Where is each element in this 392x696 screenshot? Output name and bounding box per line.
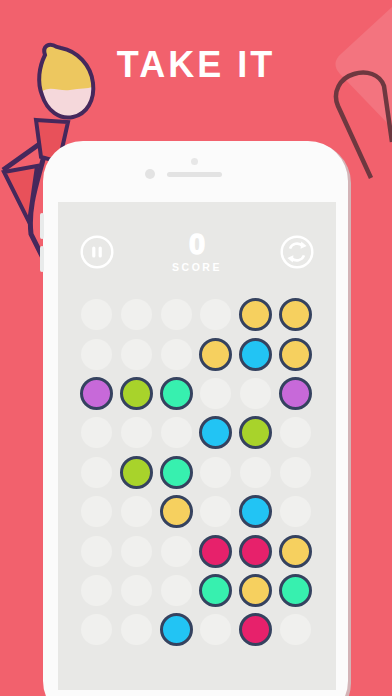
front-camera <box>145 169 155 179</box>
empty-cell <box>81 457 112 488</box>
restart-button[interactable] <box>280 235 314 269</box>
empty-cell <box>200 378 231 409</box>
board-cell-r9c6 <box>275 610 315 649</box>
board-cell-r5c1 <box>77 453 117 492</box>
board-cell-r2c1 <box>77 334 117 373</box>
board-cell-r9c1 <box>77 610 117 649</box>
board-cell-r5c4 <box>196 453 236 492</box>
empty-cell <box>121 496 152 527</box>
dot-yellow[interactable] <box>279 298 312 331</box>
dot-green[interactable] <box>120 377 153 410</box>
empty-cell <box>81 417 112 448</box>
board-cell-r8c1 <box>77 571 117 610</box>
dot-green[interactable] <box>120 456 153 489</box>
dot-yellow[interactable] <box>239 574 272 607</box>
board-cell-r7c2 <box>117 531 157 570</box>
board-cell-r2c3 <box>156 334 196 373</box>
board-cell-r9c5 <box>236 610 276 649</box>
empty-cell <box>161 299 192 330</box>
empty-cell <box>121 339 152 370</box>
dot-blue[interactable] <box>160 613 193 646</box>
dot-pink[interactable] <box>239 613 272 646</box>
board-cell-r3c1 <box>77 374 117 413</box>
empty-cell <box>280 614 311 645</box>
board-cell-r9c4 <box>196 610 236 649</box>
board-cell-r4c1 <box>77 413 117 452</box>
dot-board <box>77 295 315 650</box>
board-cell-r7c4 <box>196 531 236 570</box>
board-cell-r7c1 <box>77 531 117 570</box>
board-cell-r4c3 <box>156 413 196 452</box>
phone-mockup: 0 SCORE <box>43 141 348 696</box>
board-cell-r8c4 <box>196 571 236 610</box>
empty-cell <box>200 496 231 527</box>
board-cell-r3c4 <box>196 374 236 413</box>
board-cell-r1c1 <box>77 295 117 334</box>
board-cell-r1c3 <box>156 295 196 334</box>
board-cell-r5c3 <box>156 453 196 492</box>
empty-cell <box>81 496 112 527</box>
game-screen: 0 SCORE <box>58 202 336 690</box>
empty-cell <box>121 614 152 645</box>
empty-cell <box>121 536 152 567</box>
sensor-dot <box>191 158 198 165</box>
board-cell-r6c6 <box>275 492 315 531</box>
dot-mint[interactable] <box>199 574 232 607</box>
dot-green[interactable] <box>239 416 272 449</box>
empty-cell <box>200 614 231 645</box>
board-cell-r1c2 <box>117 295 157 334</box>
empty-cell <box>81 614 112 645</box>
board-cell-r2c4 <box>196 334 236 373</box>
empty-cell <box>280 417 311 448</box>
board-cell-r8c3 <box>156 571 196 610</box>
board-cell-r6c2 <box>117 492 157 531</box>
board-cell-r1c4 <box>196 295 236 334</box>
empty-cell <box>200 457 231 488</box>
board-cell-r7c5 <box>236 531 276 570</box>
empty-cell <box>240 378 271 409</box>
board-cell-r6c1 <box>77 492 117 531</box>
dot-yellow[interactable] <box>239 298 272 331</box>
board-cell-r4c2 <box>117 413 157 452</box>
empty-cell <box>81 299 112 330</box>
empty-cell <box>161 417 192 448</box>
board-cell-r2c6 <box>275 334 315 373</box>
volume-up-button <box>40 213 44 239</box>
board-cell-r1c5 <box>236 295 276 334</box>
dot-blue[interactable] <box>199 416 232 449</box>
empty-cell <box>161 339 192 370</box>
dot-purple[interactable] <box>279 377 312 410</box>
board-cell-r7c3 <box>156 531 196 570</box>
board-cell-r8c5 <box>236 571 276 610</box>
board-cell-r8c2 <box>117 571 157 610</box>
board-cell-r1c6 <box>275 295 315 334</box>
board-cell-r8c6 <box>275 571 315 610</box>
empty-cell <box>121 299 152 330</box>
board-cell-r7c6 <box>275 531 315 570</box>
empty-cell <box>81 536 112 567</box>
board-cell-r3c3 <box>156 374 196 413</box>
empty-cell <box>81 575 112 606</box>
board-cell-r3c6 <box>275 374 315 413</box>
empty-cell <box>240 457 271 488</box>
empty-cell <box>280 496 311 527</box>
empty-cell <box>200 299 231 330</box>
empty-cell <box>280 457 311 488</box>
board-cell-r2c5 <box>236 334 276 373</box>
dot-blue[interactable] <box>239 495 272 528</box>
earpiece-speaker <box>167 172 222 177</box>
dot-mint[interactable] <box>160 377 193 410</box>
empty-cell <box>81 339 112 370</box>
dot-yellow[interactable] <box>279 535 312 568</box>
board-cell-r5c6 <box>275 453 315 492</box>
board-cell-r9c2 <box>117 610 157 649</box>
red-triangle <box>4 166 37 222</box>
dot-pink[interactable] <box>239 535 272 568</box>
board-cell-r6c5 <box>236 492 276 531</box>
board-cell-r5c2 <box>117 453 157 492</box>
dot-mint[interactable] <box>279 574 312 607</box>
dot-blue[interactable] <box>239 338 272 371</box>
board-cell-r3c5 <box>236 374 276 413</box>
board-cell-r4c5 <box>236 413 276 452</box>
board-cell-r4c4 <box>196 413 236 452</box>
dot-purple[interactable] <box>80 377 113 410</box>
board-cell-r5c5 <box>236 453 276 492</box>
volume-down-button <box>40 246 44 272</box>
board-cell-r3c2 <box>117 374 157 413</box>
board-cell-r6c4 <box>196 492 236 531</box>
board-cell-r6c3 <box>156 492 196 531</box>
empty-cell <box>121 417 152 448</box>
empty-cell <box>121 575 152 606</box>
dot-yellow[interactable] <box>279 338 312 371</box>
board-cell-r4c6 <box>275 413 315 452</box>
board-cell-r9c3 <box>156 610 196 649</box>
dot-pink[interactable] <box>199 535 232 568</box>
dot-mint[interactable] <box>160 456 193 489</box>
empty-cell <box>161 536 192 567</box>
dot-yellow[interactable] <box>199 338 232 371</box>
refresh-icon <box>280 235 314 269</box>
dot-yellow[interactable] <box>160 495 193 528</box>
empty-cell <box>161 575 192 606</box>
board-cell-r2c2 <box>117 334 157 373</box>
page-title: TAKE IT <box>0 44 392 86</box>
